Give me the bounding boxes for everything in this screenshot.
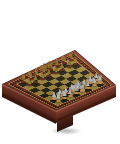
brass-pawn: ♟	[36, 72, 48, 80]
piece-wood-base	[21, 81, 26, 83]
piece-glyph: ♟	[66, 60, 72, 67]
piece-wood-base	[55, 65, 60, 67]
brass-pawn: ♟	[43, 69, 55, 77]
piece-glyph: ♟	[59, 63, 65, 70]
silver-pawn: ♟	[60, 87, 72, 95]
piece-wood-base	[69, 59, 74, 61]
piece-glyph: ♛	[78, 81, 87, 91]
piece-wood-base	[52, 97, 57, 99]
piece-glyph: ♞	[90, 77, 97, 85]
piece-glyph: ♜	[97, 75, 104, 83]
silver-pawn: ♟	[78, 79, 90, 87]
piece-wood-base	[63, 92, 68, 94]
piece-wood-base	[76, 87, 81, 89]
piece-glyph: ♜	[55, 93, 62, 101]
brass-pawn: ♟	[70, 57, 82, 65]
silver-king: ♚	[70, 82, 82, 94]
brass-bishop: ♝	[31, 67, 43, 77]
piece-wood-base	[41, 72, 46, 74]
piece-glyph: ♞	[27, 71, 34, 79]
piece-glyph: ♟	[75, 81, 81, 88]
piece-wood-base	[68, 95, 73, 97]
silver-pawn: ♟	[66, 84, 78, 92]
piece-glyph: ♝	[66, 87, 74, 96]
brass-bishop: ♝	[51, 58, 63, 68]
piece-glyph: ♛	[46, 60, 55, 70]
piece-wood-base	[74, 92, 79, 94]
piece-wood-base	[73, 63, 78, 65]
piece-glyph: ♜	[68, 52, 75, 60]
piece-wood-base	[60, 69, 65, 71]
brass-pawn: ♟	[56, 63, 68, 71]
piece-wood-base	[88, 81, 93, 83]
piece-wood-base	[53, 72, 58, 74]
piece-glyph: ♟	[87, 76, 93, 83]
silver-rook: ♜	[52, 93, 64, 102]
silver-pawn: ♟	[84, 76, 96, 84]
piece-glyph: ♚	[71, 82, 80, 93]
piece-glyph: ♟	[57, 89, 63, 96]
piece-wood-base	[69, 89, 74, 91]
piece-wood-base	[62, 97, 67, 99]
piece-wood-base	[62, 62, 67, 64]
piece-glyph: ♟	[94, 73, 100, 80]
piece-wood-base	[48, 68, 53, 70]
piece-wood-base	[92, 84, 97, 86]
silver-pawn: ♟	[54, 89, 66, 97]
silver-pawn: ♟	[91, 73, 103, 81]
piece-glyph: ♝	[53, 58, 61, 67]
piece-wood-base	[94, 79, 99, 81]
piece-glyph: ♟	[69, 84, 75, 91]
chess-set-photo: ♜♞♝♛♚♝♞♜♟♟♟♟♟♟♟♟♟♟♟♟♟♟♟♟♜♞♝♛♚♝♞♜	[0, 0, 120, 144]
silver-bishop: ♝	[64, 87, 76, 97]
chess-pieces-layer: ♜♞♝♛♚♝♞♜♟♟♟♟♟♟♟♟♟♟♟♟♟♟♟♟♜♞♝♛♚♝♞♜	[0, 0, 120, 144]
piece-glyph: ♟	[81, 79, 87, 86]
brass-king: ♚	[38, 62, 50, 74]
silver-pawn: ♟	[72, 81, 84, 89]
brass-knight: ♞	[58, 55, 70, 64]
piece-glyph: ♟	[39, 72, 45, 79]
piece-wood-base	[34, 75, 39, 77]
piece-glyph: ♝	[84, 79, 92, 88]
piece-glyph: ♟	[46, 69, 52, 76]
brass-rook: ♜	[18, 74, 30, 83]
brass-pawn: ♟	[30, 75, 42, 83]
brass-pawn: ♟	[50, 66, 62, 74]
brass-queen: ♛	[44, 60, 56, 71]
silver-knight: ♞	[58, 90, 70, 99]
silver-rook: ♜	[94, 75, 106, 84]
piece-glyph: ♟	[33, 75, 39, 82]
piece-glyph: ♟	[26, 78, 32, 85]
piece-wood-base	[80, 89, 85, 91]
silver-queen: ♛	[76, 81, 88, 92]
piece-glyph: ♜	[20, 74, 27, 82]
piece-glyph: ♟	[73, 57, 79, 64]
piece-glyph: ♟	[53, 66, 59, 73]
piece-wood-base	[58, 95, 63, 97]
silver-knight: ♞	[88, 77, 100, 86]
brass-pawn: ♟	[63, 60, 75, 68]
piece-wood-base	[33, 81, 38, 83]
brass-pawn: ♟	[23, 78, 35, 86]
piece-glyph: ♞	[61, 55, 68, 63]
piece-wood-base	[28, 78, 33, 80]
piece-glyph: ♟	[63, 87, 69, 94]
silver-bishop: ♝	[82, 79, 94, 89]
piece-wood-base	[82, 84, 87, 86]
silver-pawn: ♟	[48, 92, 60, 100]
brass-knight: ♞	[24, 71, 36, 80]
piece-wood-base	[40, 78, 45, 80]
piece-wood-base	[86, 87, 91, 89]
piece-glyph: ♚	[39, 62, 48, 73]
piece-wood-base	[98, 81, 103, 83]
piece-glyph: ♝	[33, 67, 41, 76]
brass-rook: ♜	[65, 52, 77, 61]
piece-wood-base	[56, 100, 61, 102]
piece-wood-base	[27, 84, 32, 86]
piece-glyph: ♞	[61, 90, 68, 98]
piece-wood-base	[46, 75, 51, 77]
piece-wood-base	[67, 66, 72, 68]
piece-glyph: ♟	[51, 92, 57, 99]
